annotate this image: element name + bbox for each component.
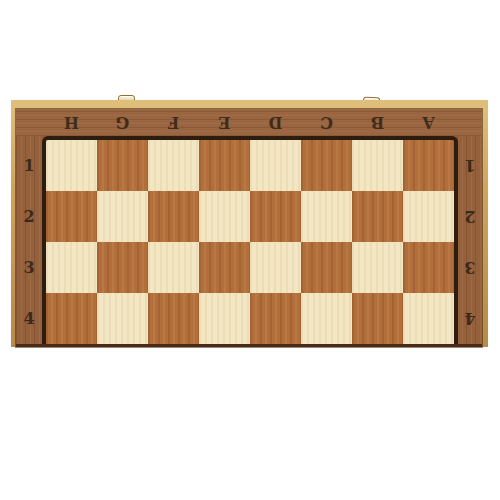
square-d2[interactable]	[250, 191, 301, 242]
file-label-b: B	[352, 109, 403, 136]
square-f3[interactable]	[148, 242, 199, 293]
square-h2[interactable]	[46, 191, 97, 242]
square-c1[interactable]	[301, 140, 352, 191]
square-a3[interactable]	[403, 242, 454, 293]
square-f1[interactable]	[148, 140, 199, 191]
square-f4[interactable]	[148, 293, 199, 344]
square-g1[interactable]	[97, 140, 148, 191]
file-label-a: A	[403, 109, 454, 136]
rank-label-right-2: 2	[458, 191, 482, 242]
rank-label-right-1: 1	[458, 140, 482, 191]
square-h4[interactable]	[46, 293, 97, 344]
rank-label-left-4: 4	[16, 293, 42, 344]
square-h3[interactable]	[46, 242, 97, 293]
square-d3[interactable]	[250, 242, 301, 293]
rank-label-left-2: 2	[16, 191, 42, 242]
file-label-c: C	[301, 109, 352, 136]
square-e3[interactable]	[199, 242, 250, 293]
square-g4[interactable]	[97, 293, 148, 344]
file-labels: HGFEDCBA	[46, 109, 454, 136]
rank-label-left-1: 1	[16, 140, 42, 191]
square-c3[interactable]	[301, 242, 352, 293]
square-c4[interactable]	[301, 293, 352, 344]
square-e4[interactable]	[199, 293, 250, 344]
file-label-g: G	[97, 109, 148, 136]
file-label-f: F	[148, 109, 199, 136]
rank-labels-right: 1234	[458, 140, 482, 344]
rank-labels-left: 1234	[16, 140, 42, 344]
square-a4[interactable]	[403, 293, 454, 344]
square-d4[interactable]	[250, 293, 301, 344]
rank-label-right-4: 4	[458, 293, 482, 344]
rank-label-right-3: 3	[458, 242, 482, 293]
file-label-h: H	[46, 109, 97, 136]
square-b3[interactable]	[352, 242, 403, 293]
folded-chessboard: HGFEDCBA 1234 1234	[11, 100, 488, 347]
playing-area	[42, 136, 458, 344]
square-h1[interactable]	[46, 140, 97, 191]
square-b1[interactable]	[352, 140, 403, 191]
square-b2[interactable]	[352, 191, 403, 242]
square-a1[interactable]	[403, 140, 454, 191]
square-e1[interactable]	[199, 140, 250, 191]
file-label-d: D	[250, 109, 301, 136]
rank-label-left-3: 3	[16, 242, 42, 293]
photo-background: HGFEDCBA 1234 1234	[0, 0, 500, 500]
square-g2[interactable]	[97, 191, 148, 242]
board-grid	[46, 140, 454, 344]
square-d1[interactable]	[250, 140, 301, 191]
square-a2[interactable]	[403, 191, 454, 242]
file-label-e: E	[199, 109, 250, 136]
square-b4[interactable]	[352, 293, 403, 344]
square-g3[interactable]	[97, 242, 148, 293]
square-e2[interactable]	[199, 191, 250, 242]
board-frame: HGFEDCBA 1234 1234	[16, 109, 482, 347]
square-f2[interactable]	[148, 191, 199, 242]
square-c2[interactable]	[301, 191, 352, 242]
